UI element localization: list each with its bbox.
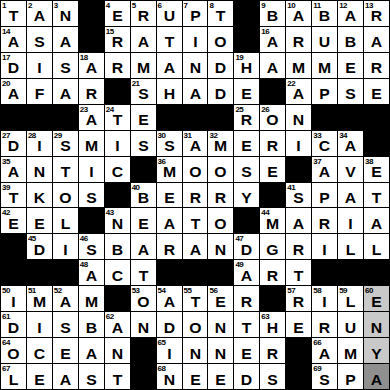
cell-5-3[interactable]: M (79, 131, 104, 156)
cell-3-6[interactable]: H (157, 79, 182, 104)
cell-7-8[interactable]: R (208, 183, 233, 208)
cell-letter: E (208, 364, 233, 389)
cell-letter: O (260, 105, 285, 130)
cell-5-12[interactable]: 33C (312, 131, 337, 156)
cell-letter: E (364, 79, 389, 104)
cell-13-7[interactable]: N (183, 338, 208, 363)
cell-12-7[interactable]: O (183, 312, 208, 337)
cell-6-8[interactable]: O (208, 157, 233, 182)
cell-letter: A (79, 105, 104, 130)
cell-12-11[interactable]: E (286, 312, 311, 337)
cell-7-6[interactable]: E (157, 183, 182, 208)
cell-14-14[interactable]: A (364, 364, 389, 389)
cell-12-4[interactable]: 62A (105, 312, 130, 337)
cell-letter: D (208, 79, 233, 104)
cell-4-4[interactable]: 24T (105, 105, 130, 130)
cell-letter: M (338, 338, 363, 363)
cell-letter: O (1, 338, 26, 363)
cell-3-3[interactable]: R (79, 79, 104, 104)
cell-6-4[interactable]: C (105, 157, 130, 182)
cell-9-5[interactable]: A (131, 234, 156, 259)
cell-7-13[interactable]: A (338, 183, 363, 208)
cell-7-2[interactable]: O (53, 183, 78, 208)
cell-letter: I (157, 338, 182, 363)
cell-14-9[interactable]: D (234, 364, 259, 389)
cell-14-6[interactable]: 68N (157, 364, 182, 389)
cell-11-12[interactable]: 58I (312, 286, 337, 311)
cell-3-0[interactable]: 20A (1, 79, 26, 104)
cell-letter: A (105, 312, 130, 337)
cell-letter: R (208, 183, 233, 208)
cell-7-3[interactable]: S (79, 183, 104, 208)
cell-11-14[interactable]: 60E (364, 286, 389, 311)
cell-3-8[interactable]: D (208, 79, 233, 104)
cell-letter: E (286, 312, 311, 337)
cell-10-11[interactable]: T (286, 260, 311, 285)
cell-letter: T (157, 27, 182, 52)
cell-6-1[interactable]: N (27, 157, 52, 182)
cell-letter: S (79, 234, 104, 259)
cell-letter: D (27, 234, 52, 259)
cell-13-14[interactable]: Y (364, 338, 389, 363)
cell-14-0[interactable]: 67L (1, 364, 26, 389)
cell-12-9[interactable]: T (234, 312, 259, 337)
cell-letter: R (260, 131, 285, 156)
cell-12-8[interactable]: N (208, 312, 233, 337)
cell-letter: E (234, 79, 259, 104)
cell-letter: A (183, 234, 208, 259)
cell-8-12[interactable]: R (312, 208, 337, 233)
cell-letter: N (208, 338, 233, 363)
black-cell-9-0 (1, 234, 26, 259)
cell-8-7[interactable]: T (183, 208, 208, 233)
cell-letter: P (312, 183, 337, 208)
cell-9-3[interactable]: 46S (79, 234, 104, 259)
cell-7-14[interactable]: T (364, 183, 389, 208)
cell-letter: C (312, 131, 337, 156)
cell-0-4[interactable]: 4E (105, 1, 130, 26)
cell-0-2[interactable]: 3N (53, 1, 78, 26)
cell-14-1[interactable]: E (27, 364, 52, 389)
cell-letter: P (312, 79, 337, 104)
cell-6-0[interactable]: 35A (1, 157, 26, 182)
black-cell-10-8 (208, 260, 233, 285)
cell-12-6[interactable]: D (157, 312, 182, 337)
cell-12-14[interactable]: N (364, 312, 389, 337)
cell-14-7[interactable]: E (183, 364, 208, 389)
cell-letter: A (79, 260, 104, 285)
cell-letter: A (183, 79, 208, 104)
cell-letter: A (27, 1, 52, 26)
cell-1-6[interactable]: T (157, 27, 182, 52)
black-cell-10-13 (338, 260, 363, 285)
cell-letter: E (208, 286, 233, 311)
cell-7-5[interactable]: 40B (131, 183, 156, 208)
cell-letter: R (131, 1, 156, 26)
cell-letter: R (183, 183, 208, 208)
cell-10-9[interactable]: 49A (234, 260, 259, 285)
cell-letter: N (53, 1, 78, 26)
cell-7-11[interactable]: 41S (286, 183, 311, 208)
cell-11-2[interactable]: 52A (53, 286, 78, 311)
cell-11-6[interactable]: 54A (157, 286, 182, 311)
cell-5-1[interactable]: 28I (27, 131, 52, 156)
cell-3-9[interactable]: E (234, 79, 259, 104)
cell-2-0[interactable]: 17D (1, 53, 26, 78)
cell-3-13[interactable]: S (338, 79, 363, 104)
cell-5-11[interactable]: I (286, 131, 311, 156)
cell-5-6[interactable]: 30S (157, 131, 182, 156)
cell-letter: T (131, 260, 156, 285)
cell-letter: A (260, 27, 285, 52)
cell-letter: C (27, 338, 52, 363)
cell-14-12[interactable]: 69S (312, 364, 337, 389)
cell-letter: C (105, 157, 130, 182)
cell-letter: D (1, 53, 26, 78)
cell-13-1[interactable]: C (27, 338, 52, 363)
cell-1-7[interactable]: I (183, 27, 208, 52)
cell-8-0[interactable]: 42E (1, 208, 26, 233)
cell-2-11[interactable]: M (286, 53, 311, 78)
cell-letter: R (105, 53, 130, 78)
cell-6-12[interactable]: 37A (312, 157, 337, 182)
cell-8-8[interactable]: O (208, 208, 233, 233)
cell-letter: I (53, 234, 78, 259)
black-cell-1-3 (79, 27, 104, 52)
cell-8-6[interactable]: A (157, 208, 182, 233)
cell-letter: A (234, 260, 259, 285)
cell-letter: T (183, 208, 208, 233)
cell-letter: S (79, 183, 104, 208)
cell-letter: F (27, 79, 52, 104)
cell-letter: M (157, 157, 182, 182)
cell-11-13[interactable]: 59L (338, 286, 363, 311)
cell-letter: A (260, 53, 285, 78)
cell-letter: I (27, 131, 52, 156)
cell-3-1[interactable]: F (27, 79, 52, 104)
cell-1-1[interactable]: S (27, 27, 52, 52)
cell-1-14[interactable]: A (364, 27, 389, 52)
cell-2-3[interactable]: 18A (79, 53, 104, 78)
black-cell-3-4 (105, 79, 130, 104)
cell-3-14[interactable]: E (364, 79, 389, 104)
cell-1-0[interactable]: 14A (1, 27, 26, 52)
cell-letter: E (338, 53, 363, 78)
cell-letter: P (183, 1, 208, 26)
cell-3-11[interactable]: 22A (286, 79, 311, 104)
cell-letter: E (234, 131, 259, 156)
cell-letter: L (53, 208, 78, 233)
cell-letter: A (312, 157, 337, 182)
cell-2-6[interactable]: A (157, 53, 182, 78)
cell-8-13[interactable]: I (338, 208, 363, 233)
cell-4-5[interactable]: E (131, 105, 156, 130)
cell-12-3[interactable]: B (79, 312, 104, 337)
cell-13-3[interactable]: A (79, 338, 104, 363)
cell-6-9[interactable]: S (234, 157, 259, 182)
cell-8-4[interactable]: 43N (105, 208, 130, 233)
cell-9-6[interactable]: R (157, 234, 182, 259)
cell-4-11[interactable]: N (286, 105, 311, 130)
cell-letter: G (260, 234, 285, 259)
cell-5-0[interactable]: 27D (1, 131, 26, 156)
black-cell-3-10 (260, 79, 285, 104)
cell-letter: E (131, 208, 156, 233)
cell-9-1[interactable]: 45D (27, 234, 52, 259)
cell-2-12[interactable]: M (312, 53, 337, 78)
cell-letter: L (338, 286, 363, 311)
cell-0-7[interactable]: 7P (183, 1, 208, 26)
cell-13-10[interactable]: R (260, 338, 285, 363)
cell-13-8[interactable]: N (208, 338, 233, 363)
cell-letter: P (338, 364, 363, 389)
cell-8-11[interactable]: A (286, 208, 311, 233)
cell-letter: R (364, 53, 389, 78)
cell-letter: A (53, 364, 78, 389)
cell-letter: D (1, 131, 26, 156)
cell-letter: I (79, 157, 104, 182)
cell-2-5[interactable]: M (131, 53, 156, 78)
cell-10-3[interactable]: 48A (79, 260, 104, 285)
cell-1-4[interactable]: 15R (105, 27, 130, 52)
cell-10-5[interactable]: T (131, 260, 156, 285)
cell-letter: R (286, 234, 311, 259)
cell-10-4[interactable]: C (105, 260, 130, 285)
black-cell-0-9 (234, 1, 259, 26)
cell-5-10[interactable]: R (260, 131, 285, 156)
black-cell-7-10 (260, 183, 285, 208)
cell-9-11[interactable]: R (286, 234, 311, 259)
cell-11-1[interactable]: 51M (27, 286, 52, 311)
cell-0-1[interactable]: 2A (27, 1, 52, 26)
cell-12-1[interactable]: I (27, 312, 52, 337)
cell-letter: M (312, 53, 337, 78)
black-cell-10-2 (53, 260, 78, 285)
black-cell-13-5 (131, 338, 156, 363)
cell-7-12[interactable]: P (312, 183, 337, 208)
black-cell-1-9 (234, 27, 259, 52)
cell-letter: A (286, 208, 311, 233)
cell-13-12[interactable]: 66A (312, 338, 337, 363)
cell-3-5[interactable]: 21S (131, 79, 156, 104)
cell-letter: K (27, 183, 52, 208)
cell-letter: I (338, 208, 363, 233)
cell-12-13[interactable]: U (338, 312, 363, 337)
cell-2-10[interactable]: A (260, 53, 285, 78)
cell-1-12[interactable]: U (312, 27, 337, 52)
cell-5-7[interactable]: 31A (183, 131, 208, 156)
cell-0-8[interactable]: 8T (208, 1, 233, 26)
black-cell-4-13 (338, 105, 363, 130)
cell-letter: E (27, 364, 52, 389)
cell-13-2[interactable]: E (53, 338, 78, 363)
cell-letter: L (338, 234, 363, 259)
cell-14-4[interactable]: T (105, 364, 130, 389)
cell-letter: R (312, 208, 337, 233)
black-cell-4-12 (312, 105, 337, 130)
black-cell-10-7 (183, 260, 208, 285)
cell-6-7[interactable]: O (183, 157, 208, 182)
cell-4-9[interactable]: 25R (234, 105, 259, 130)
cell-11-5[interactable]: 53O (131, 286, 156, 311)
cell-1-5[interactable]: A (131, 27, 156, 52)
cell-13-6[interactable]: 65I (157, 338, 182, 363)
cell-11-3[interactable]: M (79, 286, 104, 311)
cell-letter: E (1, 208, 26, 233)
cell-11-9[interactable]: R (234, 286, 259, 311)
cell-13-9[interactable]: E (234, 338, 259, 363)
cell-0-12[interactable]: 11B (312, 1, 337, 26)
cell-5-4[interactable]: I (105, 131, 130, 156)
cell-5-13[interactable]: 34A (338, 131, 363, 156)
cell-0-11[interactable]: 10A (286, 1, 311, 26)
cell-2-8[interactable]: D (208, 53, 233, 78)
cell-9-10[interactable]: G (260, 234, 285, 259)
cell-9-13[interactable]: L (338, 234, 363, 259)
cell-letter: M (208, 131, 233, 156)
cell-6-2[interactable]: T (53, 157, 78, 182)
cell-1-2[interactable]: A (53, 27, 78, 52)
cell-8-10[interactable]: 44M (260, 208, 285, 233)
cell-0-0[interactable]: 1T (1, 1, 26, 26)
cell-1-13[interactable]: B (338, 27, 363, 52)
cell-letter: A (1, 157, 26, 182)
cell-14-2[interactable]: A (53, 364, 78, 389)
cell-2-7[interactable]: N (183, 53, 208, 78)
cell-3-7[interactable]: A (183, 79, 208, 104)
cell-letter: R (260, 260, 285, 285)
cell-14-13[interactable]: P (338, 364, 363, 389)
cell-1-8[interactable]: O (208, 27, 233, 52)
cell-letter: B (105, 234, 130, 259)
black-cell-11-4 (105, 286, 130, 311)
cell-7-7[interactable]: R (183, 183, 208, 208)
cell-0-10[interactable]: 9B (260, 1, 285, 26)
cell-9-12[interactable]: I (312, 234, 337, 259)
cell-2-4[interactable]: R (105, 53, 130, 78)
cell-letter: S (312, 364, 337, 389)
cell-12-10[interactable]: 63H (260, 312, 285, 337)
cell-5-5[interactable]: S (131, 131, 156, 156)
cell-7-1[interactable]: K (27, 183, 52, 208)
cell-5-8[interactable]: 32M (208, 131, 233, 156)
cell-4-10[interactable]: 26O (260, 105, 285, 130)
cell-5-2[interactable]: 29S (53, 131, 78, 156)
cell-13-13[interactable]: M (338, 338, 363, 363)
cell-letter: I (183, 27, 208, 52)
cell-13-4[interactable]: N (105, 338, 130, 363)
cell-8-1[interactable]: E (27, 208, 52, 233)
black-cell-11-10 (260, 286, 285, 311)
cell-14-8[interactable]: E (208, 364, 233, 389)
cell-letter: S (157, 131, 182, 156)
cell-9-9[interactable]: 47D (234, 234, 259, 259)
cell-letter: A (338, 183, 363, 208)
cell-letter: T (183, 286, 208, 311)
cell-8-14[interactable]: A (364, 208, 389, 233)
cell-11-11[interactable]: 57R (286, 286, 311, 311)
cell-0-5[interactable]: 5R (131, 1, 156, 26)
cell-letter: B (312, 1, 337, 26)
cell-11-7[interactable]: 55T (183, 286, 208, 311)
cell-13-0[interactable]: 64O (1, 338, 26, 363)
cell-letter: U (338, 312, 363, 337)
cell-9-8[interactable]: N (208, 234, 233, 259)
cell-11-0[interactable]: 50I (1, 286, 26, 311)
cell-10-10[interactable]: R (260, 260, 285, 285)
black-cell-0-3 (79, 1, 104, 26)
cell-letter: A (79, 53, 104, 78)
cell-1-10[interactable]: 16A (260, 27, 285, 52)
black-cell-4-2 (53, 105, 78, 130)
black-cell-8-9 (234, 208, 259, 233)
cell-14-10[interactable]: S (260, 364, 285, 389)
cell-9-4[interactable]: B (105, 234, 130, 259)
cell-2-2[interactable]: S (53, 53, 78, 78)
cell-4-3[interactable]: 23A (79, 105, 104, 130)
cell-12-2[interactable]: S (53, 312, 78, 337)
cell-6-13[interactable]: V (338, 157, 363, 182)
cell-6-10[interactable]: E (260, 157, 285, 182)
black-cell-5-14 (364, 131, 389, 156)
cell-0-13[interactable]: 12A (338, 1, 363, 26)
cell-3-2[interactable]: A (53, 79, 78, 104)
cell-0-6[interactable]: 6U (157, 1, 182, 26)
cell-letter: A (131, 27, 156, 52)
cell-9-7[interactable]: A (183, 234, 208, 259)
cell-8-2[interactable]: L (53, 208, 78, 233)
cell-letter: U (312, 27, 337, 52)
cell-letter: B (131, 183, 156, 208)
cell-6-3[interactable]: I (79, 157, 104, 182)
cell-2-13[interactable]: E (338, 53, 363, 78)
cell-5-9[interactable]: E (234, 131, 259, 156)
cell-8-5[interactable]: E (131, 208, 156, 233)
cell-14-3[interactable]: S (79, 364, 104, 389)
cell-letter: A (157, 53, 182, 78)
cell-letter: A (1, 79, 26, 104)
cell-letter: A (79, 338, 104, 363)
black-cell-4-7 (183, 105, 208, 130)
cell-12-0[interactable]: 61D (1, 312, 26, 337)
cell-letter: L (364, 234, 389, 259)
cell-letter: I (1, 286, 26, 311)
cell-7-9[interactable]: Y (234, 183, 259, 208)
cell-letter: U (157, 1, 182, 26)
cell-11-8[interactable]: 56E (208, 286, 233, 311)
cell-9-2[interactable]: I (53, 234, 78, 259)
cell-0-14[interactable]: 13R (364, 1, 389, 26)
cell-2-9[interactable]: 19H (234, 53, 259, 78)
cell-letter: R (105, 27, 130, 52)
cell-7-0[interactable]: 39T (1, 183, 26, 208)
cell-letter: N (157, 364, 182, 389)
cell-12-12[interactable]: R (312, 312, 337, 337)
cell-2-14[interactable]: R (364, 53, 389, 78)
cell-1-11[interactable]: R (286, 27, 311, 52)
cell-3-12[interactable]: P (312, 79, 337, 104)
cell-letter: A (338, 1, 363, 26)
cell-12-5[interactable]: N (131, 312, 156, 337)
cell-letter: A (364, 364, 389, 389)
cell-6-14[interactable]: 38E (364, 157, 389, 182)
cell-letter: D (234, 234, 259, 259)
cell-letter: I (312, 286, 337, 311)
cell-6-6[interactable]: 36M (157, 157, 182, 182)
cell-9-14[interactable]: L (364, 234, 389, 259)
cell-letter: O (131, 286, 156, 311)
cell-2-1[interactable]: I (27, 53, 52, 78)
